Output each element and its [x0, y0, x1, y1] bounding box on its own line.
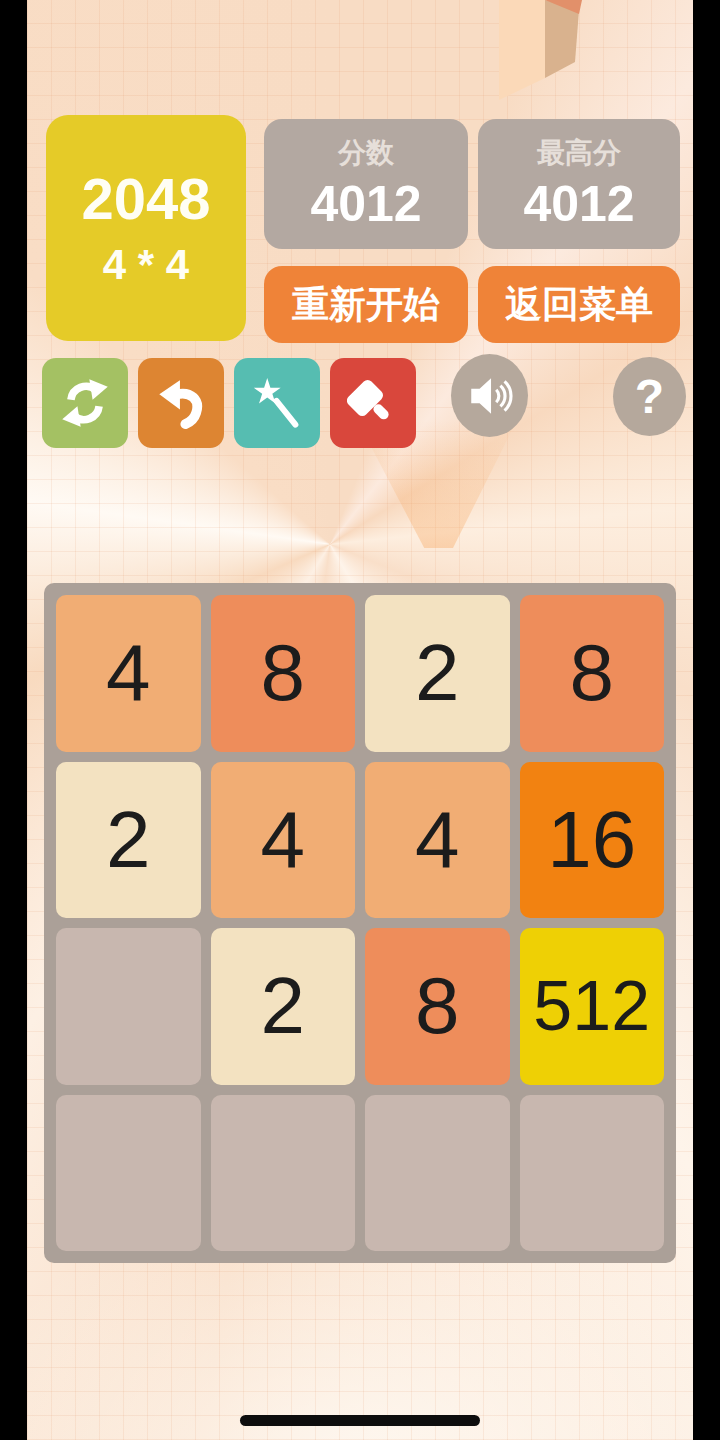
score-label: 分数: [338, 139, 394, 167]
empty-cell: [365, 1095, 510, 1252]
undo-button[interactable]: [138, 358, 224, 448]
best-score-label: 最高分: [537, 139, 621, 167]
phone-screen: 2048 4 * 4 分数 4012 最高分 4012 重新开始 返回菜单: [0, 0, 720, 1440]
question-mark-icon: ?: [635, 373, 664, 421]
back-to-menu-button[interactable]: 返回菜单: [478, 266, 680, 343]
undo-icon: [155, 377, 207, 429]
logo-title: 2048: [81, 170, 210, 228]
cube-decoration: [487, 0, 582, 120]
home-indicator[interactable]: [240, 1415, 480, 1426]
tile-8: 8: [211, 595, 356, 752]
tile-4: 4: [365, 762, 510, 919]
magic-wand-button[interactable]: [234, 358, 320, 448]
best-score-value: 4012: [523, 179, 634, 229]
hammer-icon: [347, 377, 399, 429]
tile-4: 4: [56, 595, 201, 752]
tile-8: 8: [365, 928, 510, 1085]
tile-2: 2: [56, 762, 201, 919]
empty-cell: [520, 1095, 665, 1252]
best-score-box: 最高分 4012: [478, 119, 680, 249]
help-button[interactable]: ?: [613, 357, 686, 436]
sound-icon: [465, 371, 515, 421]
tile-2: 2: [365, 595, 510, 752]
logo-badge: 2048 4 * 4: [46, 115, 246, 341]
magic-wand-icon: [251, 377, 303, 429]
score-box: 分数 4012: [264, 119, 468, 249]
tile-8: 8: [520, 595, 665, 752]
board[interactable]: 48282441628512: [44, 583, 676, 1263]
empty-cell: [56, 928, 201, 1085]
score-value: 4012: [310, 179, 421, 229]
hammer-button[interactable]: [330, 358, 416, 448]
sound-button[interactable]: [451, 354, 528, 437]
empty-cell: [211, 1095, 356, 1252]
tile-16: 16: [520, 762, 665, 919]
empty-cell: [56, 1095, 201, 1252]
app-background: 2048 4 * 4 分数 4012 最高分 4012 重新开始 返回菜单: [27, 0, 693, 1440]
tile-2: 2: [211, 928, 356, 1085]
logo-grid-size: 4 * 4: [103, 244, 189, 286]
refresh-button[interactable]: [42, 358, 128, 448]
tile-4: 4: [211, 762, 356, 919]
restart-button[interactable]: 重新开始: [264, 266, 468, 343]
refresh-icon: [59, 377, 111, 429]
tile-512: 512: [520, 928, 665, 1085]
